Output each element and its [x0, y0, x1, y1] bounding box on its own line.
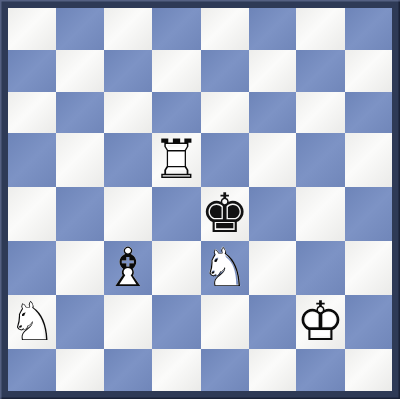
white-king-icon: ♚	[296, 295, 344, 349]
square-g8[interactable]	[296, 8, 344, 50]
square-g7[interactable]	[296, 50, 344, 92]
square-a4[interactable]	[8, 187, 56, 241]
white-knight-icon: ♞	[201, 241, 249, 295]
square-h7[interactable]	[345, 50, 392, 92]
square-h3[interactable]	[345, 241, 392, 295]
square-d2[interactable]	[152, 295, 200, 349]
square-g5[interactable]	[296, 133, 344, 187]
square-b4[interactable]	[56, 187, 103, 241]
white-bishop-icon: ♝	[104, 241, 152, 295]
square-e7[interactable]	[201, 50, 249, 92]
square-g1[interactable]	[296, 349, 344, 391]
square-c1[interactable]	[104, 349, 152, 391]
square-d5[interactable]: ♜♖	[152, 133, 200, 187]
white-king-outline-icon: ♔	[296, 295, 344, 349]
square-g4[interactable]	[296, 187, 344, 241]
white-rook-outline-icon: ♖	[152, 133, 200, 187]
white-bishop-c3[interactable]: ♝♗	[104, 241, 152, 295]
square-a1[interactable]	[8, 349, 56, 391]
square-c7[interactable]	[104, 50, 152, 92]
square-e2[interactable]	[201, 295, 249, 349]
square-g2[interactable]: ♚♔	[296, 295, 344, 349]
square-c3[interactable]: ♝♗	[104, 241, 152, 295]
black-king-icon: ♚	[201, 187, 249, 241]
square-a2[interactable]: ♞♘	[8, 295, 56, 349]
white-knight-e3[interactable]: ♞♘	[201, 241, 249, 295]
square-h4[interactable]	[345, 187, 392, 241]
square-a3[interactable]	[8, 241, 56, 295]
black-king-e4[interactable]: ♚	[201, 187, 249, 241]
square-h5[interactable]	[345, 133, 392, 187]
square-b1[interactable]	[56, 349, 103, 391]
square-e1[interactable]	[201, 349, 249, 391]
square-b7[interactable]	[56, 50, 103, 92]
square-a7[interactable]	[8, 50, 56, 92]
square-f4[interactable]	[249, 187, 296, 241]
white-knight-a2[interactable]: ♞♘	[8, 295, 56, 349]
square-f7[interactable]	[249, 50, 296, 92]
square-b5[interactable]	[56, 133, 103, 187]
white-knight-icon: ♞	[8, 295, 56, 349]
square-b3[interactable]	[56, 241, 103, 295]
board-frame: ♜♖♚♝♗♞♘♞♘♚♔	[0, 0, 400, 399]
square-e3[interactable]: ♞♘	[201, 241, 249, 295]
white-bishop-outline-icon: ♗	[104, 241, 152, 295]
chess-board: ♜♖♚♝♗♞♘♞♘♚♔	[8, 8, 392, 391]
square-h2[interactable]	[345, 295, 392, 349]
square-a6[interactable]	[8, 92, 56, 134]
square-c4[interactable]	[104, 187, 152, 241]
square-b2[interactable]	[56, 295, 103, 349]
square-f3[interactable]	[249, 241, 296, 295]
square-a5[interactable]	[8, 133, 56, 187]
square-d3[interactable]	[152, 241, 200, 295]
square-f1[interactable]	[249, 349, 296, 391]
square-f2[interactable]	[249, 295, 296, 349]
square-c8[interactable]	[104, 8, 152, 50]
square-h8[interactable]	[345, 8, 392, 50]
square-c6[interactable]	[104, 92, 152, 134]
white-rook-d5[interactable]: ♜♖	[152, 133, 200, 187]
square-e6[interactable]	[201, 92, 249, 134]
square-d8[interactable]	[152, 8, 200, 50]
square-c2[interactable]	[104, 295, 152, 349]
square-b6[interactable]	[56, 92, 103, 134]
square-c5[interactable]	[104, 133, 152, 187]
square-d7[interactable]	[152, 50, 200, 92]
white-knight-outline-icon: ♘	[201, 241, 249, 295]
square-b8[interactable]	[56, 8, 103, 50]
white-king-g2[interactable]: ♚♔	[296, 295, 344, 349]
square-g3[interactable]	[296, 241, 344, 295]
white-rook-icon: ♜	[152, 133, 200, 187]
square-e4[interactable]: ♚	[201, 187, 249, 241]
square-f6[interactable]	[249, 92, 296, 134]
white-knight-outline-icon: ♘	[8, 295, 56, 349]
square-g6[interactable]	[296, 92, 344, 134]
square-d1[interactable]	[152, 349, 200, 391]
square-e5[interactable]	[201, 133, 249, 187]
square-f8[interactable]	[249, 8, 296, 50]
square-e8[interactable]	[201, 8, 249, 50]
square-d4[interactable]	[152, 187, 200, 241]
square-f5[interactable]	[249, 133, 296, 187]
square-a8[interactable]	[8, 8, 56, 50]
square-h6[interactable]	[345, 92, 392, 134]
square-d6[interactable]	[152, 92, 200, 134]
square-h1[interactable]	[345, 349, 392, 391]
